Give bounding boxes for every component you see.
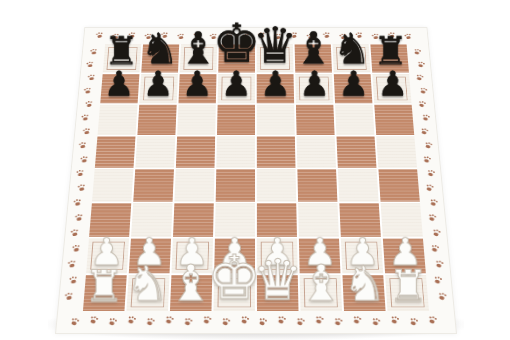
square-a1[interactable]: ♜ <box>83 275 127 311</box>
paw-print-icon <box>85 61 94 68</box>
square-a5[interactable] <box>95 136 136 167</box>
paw-print-icon <box>389 315 400 325</box>
square-h5[interactable] <box>376 136 417 167</box>
paw-print-icon <box>70 229 80 238</box>
paw-print-icon <box>95 31 104 38</box>
white-knight[interactable]: ♞ <box>343 260 386 308</box>
paw-print-icon <box>144 317 155 327</box>
paw-print-icon <box>430 244 440 253</box>
paw-print-icon <box>427 214 437 223</box>
square-d6[interactable] <box>217 105 255 135</box>
square-b5[interactable] <box>135 136 175 167</box>
paw-print-icon <box>371 317 382 327</box>
paw-print-icon <box>127 31 136 38</box>
chess-board: ♜♞♝♚♛♝♞♜♟♟♟♟♟♟♟♟♟♟♟♟♟♟♟♟♜♞♝♚♛♝♞♜ <box>83 44 429 311</box>
paw-print-icon <box>75 170 85 178</box>
paw-print-icon <box>241 33 250 40</box>
square-f6[interactable] <box>296 105 335 135</box>
paw-print-icon <box>314 315 325 325</box>
paw-print-icon <box>426 170 436 178</box>
paw-print-icon <box>88 315 99 325</box>
vinyl-chess-mat: ♜♞♝♚♛♝♞♜♟♟♟♟♟♟♟♟♟♟♟♟♟♟♟♟♜♞♝♚♛♝♞♜ <box>55 27 457 334</box>
paw-print-icon <box>437 292 447 302</box>
square-g4[interactable] <box>338 169 379 201</box>
paw-print-icon <box>83 87 92 95</box>
white-bishop[interactable]: ♝ <box>299 258 344 308</box>
square-d4[interactable] <box>216 169 255 201</box>
paw-print-icon <box>431 229 441 238</box>
square-h1[interactable]: ♜ <box>385 275 429 311</box>
square-b4[interactable] <box>133 169 174 201</box>
square-d7[interactable]: ♟ <box>218 74 255 103</box>
paw-print-icon <box>79 155 89 163</box>
square-h7[interactable]: ♟ <box>372 74 411 103</box>
paw-print-icon <box>78 141 87 149</box>
black-pawn[interactable]: ♟ <box>104 66 135 101</box>
paw-print-icon <box>71 244 81 253</box>
square-h4[interactable] <box>378 169 419 201</box>
paw-print-icon <box>419 87 428 95</box>
paw-print-icon <box>125 315 136 325</box>
paw-print-icon <box>77 184 87 192</box>
square-f4[interactable] <box>297 169 337 201</box>
paw-print-icon <box>67 260 77 269</box>
paw-print-icon <box>352 315 363 325</box>
white-knight[interactable]: ♞ <box>126 260 169 308</box>
paw-print-icon <box>421 114 431 122</box>
paw-print-icon <box>80 114 89 122</box>
white-queen[interactable]: ♛ <box>252 252 302 308</box>
black-pawn[interactable]: ♟ <box>299 66 330 101</box>
square-f1[interactable]: ♝ <box>300 275 342 311</box>
paw-print-icon <box>276 315 287 325</box>
square-b1[interactable]: ♞ <box>126 275 169 311</box>
square-b7[interactable]: ♟ <box>139 74 178 103</box>
paw-print-icon <box>82 127 91 135</box>
square-d1[interactable]: ♚ <box>213 275 255 311</box>
paw-print-icon <box>403 33 413 40</box>
paw-print-icon <box>64 292 74 301</box>
square-g7[interactable]: ♟ <box>334 74 373 103</box>
square-b6[interactable] <box>137 105 176 135</box>
paw-print-icon <box>333 317 344 327</box>
black-pawn[interactable]: ♟ <box>182 66 213 101</box>
square-f7[interactable]: ♟ <box>295 74 333 103</box>
square-a4[interactable] <box>92 169 133 201</box>
paw-print-icon <box>432 276 442 285</box>
paw-print-icon <box>163 315 174 325</box>
photo-background: ♜♞♝♚♛♝♞♜♟♟♟♟♟♟♟♟♟♟♟♟♟♟♟♟♜♞♝♚♛♝♞♜ <box>0 0 510 340</box>
black-pawn[interactable]: ♟ <box>260 66 291 101</box>
paw-print-icon <box>427 315 438 325</box>
paw-print-icon <box>69 317 81 327</box>
paw-print-icon <box>111 33 120 40</box>
square-e6[interactable] <box>257 105 295 135</box>
square-g5[interactable] <box>336 136 376 167</box>
paw-print-icon <box>201 315 212 325</box>
paw-print-icon <box>417 100 427 108</box>
paw-print-icon <box>160 31 169 38</box>
square-g6[interactable] <box>335 105 374 135</box>
paw-print-icon <box>182 317 193 327</box>
paw-print-icon <box>416 61 425 69</box>
paw-print-icon <box>239 315 250 325</box>
paw-print-icon <box>225 31 234 38</box>
paw-print-icon <box>84 100 93 108</box>
square-f5[interactable] <box>297 136 336 167</box>
black-pawn[interactable]: ♟ <box>377 66 408 101</box>
paw-print-icon <box>415 74 424 82</box>
black-pawn[interactable]: ♟ <box>143 66 174 101</box>
paw-print-icon <box>73 199 83 208</box>
square-g1[interactable]: ♞ <box>342 275 385 311</box>
white-rook[interactable]: ♜ <box>84 264 124 308</box>
square-e1[interactable]: ♛ <box>257 275 299 311</box>
paw-print-icon <box>74 214 84 223</box>
paw-print-icon <box>68 276 78 285</box>
paw-print-icon <box>89 48 98 55</box>
paw-print-icon <box>295 317 306 327</box>
paw-print-icon <box>220 317 231 327</box>
square-d5[interactable] <box>216 136 255 167</box>
paw-print-icon <box>422 155 432 163</box>
white-rook[interactable]: ♜ <box>388 264 428 308</box>
paw-print-icon <box>208 33 217 40</box>
paw-print-icon <box>257 317 268 327</box>
square-c7[interactable]: ♟ <box>179 74 217 103</box>
black-pawn[interactable]: ♟ <box>338 66 369 101</box>
paw-print-icon <box>434 260 444 269</box>
paw-print-icon <box>144 33 153 40</box>
paw-print-icon <box>429 199 439 208</box>
paw-print-icon <box>176 33 185 40</box>
paw-print-icon <box>408 317 419 327</box>
square-e7[interactable]: ♟ <box>257 74 294 103</box>
square-h6[interactable] <box>374 105 414 135</box>
square-c4[interactable] <box>174 169 214 201</box>
black-pawn[interactable]: ♟ <box>221 66 252 101</box>
paw-print-icon <box>87 74 96 82</box>
paw-print-icon <box>192 31 201 38</box>
paw-print-icon <box>107 317 118 327</box>
square-c5[interactable] <box>176 136 215 167</box>
square-e4[interactable] <box>257 169 296 201</box>
perspective-scene: ♜♞♝♚♛♝♞♜♟♟♟♟♟♟♟♟♟♟♟♟♟♟♟♟♜♞♝♚♛♝♞♜ <box>0 0 510 340</box>
square-a6[interactable] <box>98 105 138 135</box>
paw-print-icon <box>423 141 433 149</box>
paw-print-icon <box>413 48 422 55</box>
paw-print-icon <box>419 127 429 135</box>
paw-print-icon <box>424 184 434 193</box>
square-e5[interactable] <box>257 136 296 167</box>
square-c6[interactable] <box>177 105 216 135</box>
square-a7[interactable]: ♟ <box>100 74 139 103</box>
